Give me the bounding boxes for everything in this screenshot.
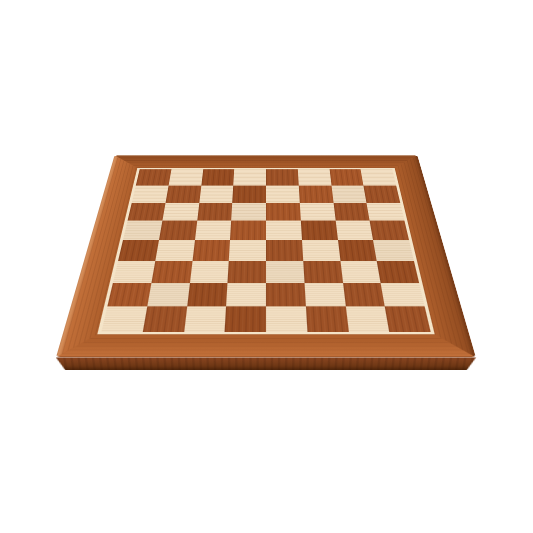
- square-g4: [335, 221, 373, 240]
- square-e6: [266, 261, 304, 283]
- square-f4: [301, 221, 338, 240]
- square-b7: [147, 283, 189, 307]
- square-g5: [338, 240, 377, 261]
- square-g8: [345, 307, 389, 333]
- square-d4: [230, 221, 266, 240]
- square-a7: [107, 283, 151, 307]
- square-h1: [361, 169, 396, 185]
- frame-rail-near: [56, 334, 476, 357]
- square-g2: [331, 185, 367, 202]
- square-b1: [168, 169, 202, 185]
- square-c1: [201, 169, 234, 185]
- square-a2: [132, 185, 169, 202]
- square-c4: [195, 221, 232, 240]
- square-h3: [367, 202, 405, 220]
- square-b4: [159, 221, 197, 240]
- frame-rail-right: [392, 155, 476, 357]
- square-f2: [299, 185, 334, 202]
- square-e4: [266, 221, 302, 240]
- square-g7: [343, 283, 385, 307]
- product-photo: [0, 0, 533, 533]
- square-d7: [226, 283, 266, 307]
- frame-rail-left: [56, 155, 140, 357]
- square-a8: [101, 307, 147, 333]
- square-c8: [184, 307, 227, 333]
- square-e7: [266, 283, 306, 307]
- square-e8: [266, 307, 307, 333]
- square-a4: [123, 221, 162, 240]
- board-grid: [101, 169, 430, 332]
- board-front-edge: [56, 357, 476, 370]
- square-a1: [136, 169, 171, 185]
- square-a6: [113, 261, 155, 283]
- square-c3: [197, 202, 233, 220]
- square-e2: [266, 185, 300, 202]
- square-a3: [128, 202, 166, 220]
- square-c7: [187, 283, 228, 307]
- chess-board: [56, 155, 476, 357]
- square-h2: [364, 185, 401, 202]
- maple-fillet-border: [97, 168, 434, 334]
- square-d5: [229, 240, 266, 261]
- square-d1: [233, 169, 266, 185]
- square-e5: [266, 240, 303, 261]
- square-c6: [189, 261, 229, 283]
- square-e1: [266, 169, 299, 185]
- square-g3: [333, 202, 370, 220]
- square-h4: [370, 221, 409, 240]
- square-f7: [304, 283, 345, 307]
- frame-rail-far: [111, 155, 421, 168]
- square-b6: [151, 261, 192, 283]
- square-d2: [232, 185, 266, 202]
- square-c2: [199, 185, 234, 202]
- square-b3: [162, 202, 199, 220]
- square-h6: [377, 261, 419, 283]
- square-f5: [302, 240, 340, 261]
- square-h7: [381, 283, 425, 307]
- square-f3: [300, 202, 336, 220]
- square-f8: [306, 307, 349, 333]
- square-g1: [329, 169, 363, 185]
- square-h8: [385, 307, 431, 333]
- square-d3: [231, 202, 266, 220]
- square-b2: [165, 185, 201, 202]
- square-b8: [142, 307, 186, 333]
- square-g6: [340, 261, 381, 283]
- square-f6: [303, 261, 343, 283]
- square-c5: [192, 240, 230, 261]
- square-d6: [228, 261, 266, 283]
- square-f1: [298, 169, 331, 185]
- square-a5: [118, 240, 159, 261]
- square-h5: [373, 240, 414, 261]
- square-d8: [225, 307, 266, 333]
- board-top-face: [56, 155, 476, 357]
- square-b5: [155, 240, 194, 261]
- square-e3: [266, 202, 301, 220]
